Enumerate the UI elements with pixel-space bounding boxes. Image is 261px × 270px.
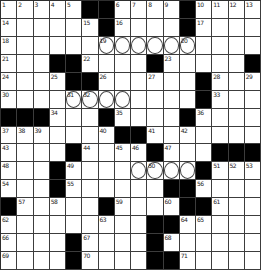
grid-cell-r8c16[interactable] <box>245 127 261 145</box>
clue-number: 31 <box>67 91 74 98</box>
grid-cell-r10c1[interactable]: 48 <box>1 162 17 180</box>
grid-cell-r11c6[interactable] <box>82 180 98 198</box>
grid-cell-r9c6[interactable]: 44 <box>82 144 98 162</box>
grid-cell-r1c10[interactable]: 8 <box>147 1 163 19</box>
grid-cell-r8c6[interactable] <box>82 127 98 145</box>
grid-cell-r5c4[interactable]: 25 <box>50 73 66 91</box>
circle-marker <box>131 37 146 54</box>
grid-cell-r11c10[interactable] <box>147 180 163 198</box>
grid-cell-r11c7[interactable] <box>99 180 115 198</box>
clue-number: 63 <box>100 216 107 223</box>
black-cell-r7c12 <box>180 109 196 127</box>
clue-number: 26 <box>100 73 107 80</box>
grid-cell-r1c11[interactable]: 9 <box>164 1 180 19</box>
clue-number: 51 <box>213 162 220 169</box>
circle-marker <box>99 91 114 108</box>
grid-cell-r3c4[interactable] <box>50 37 66 55</box>
clue-number: 62 <box>2 216 9 223</box>
grid-cell-r15c13[interactable] <box>196 252 212 270</box>
grid-cell-r8c12[interactable]: 42 <box>180 127 196 145</box>
clue-number: 41 <box>148 127 155 134</box>
clue-number: 30 <box>2 91 9 98</box>
clue-number: 3 <box>35 1 38 8</box>
grid-cell-r6c9[interactable] <box>131 91 147 109</box>
grid-cell-r3c12[interactable]: 20 <box>180 37 196 55</box>
black-cell-r7c2 <box>17 109 33 127</box>
grid-cell-r5c15[interactable] <box>229 73 245 91</box>
grid-cell-r4c15[interactable] <box>229 55 245 73</box>
clue-number: 64 <box>181 216 188 223</box>
black-cell-r12c1 <box>1 198 17 216</box>
grid-cell-r9c4[interactable] <box>50 144 66 162</box>
grid-cell-r14c14[interactable] <box>212 234 228 252</box>
black-cell-r7c3 <box>34 109 50 127</box>
clue-number: 14 <box>2 19 9 26</box>
grid-cell-r2c13[interactable]: 17 <box>196 19 212 37</box>
clue-number: 25 <box>51 73 58 80</box>
grid-cell-r2c5[interactable] <box>66 19 82 37</box>
grid-cell-r11c8[interactable] <box>115 180 131 198</box>
grid-cell-r13c2[interactable] <box>17 216 33 234</box>
grid-cell-r15c1[interactable]: 69 <box>1 252 17 270</box>
grid-cell-r3c10[interactable] <box>147 37 163 55</box>
clue-number: 49 <box>67 162 74 169</box>
black-cell-r15c10 <box>147 252 163 270</box>
black-cell-r11c12 <box>180 180 196 198</box>
clue-number: 22 <box>83 55 90 62</box>
grid-cell-r2c6[interactable]: 15 <box>82 19 98 37</box>
clue-number: 52 <box>230 162 237 169</box>
grid-cell-r11c14[interactable] <box>212 180 228 198</box>
grid-cell-r13c3[interactable] <box>34 216 50 234</box>
grid-cell-r14c13[interactable] <box>196 234 212 252</box>
grid-cell-r5c16[interactable]: 29 <box>245 73 261 91</box>
grid-cell-r14c9[interactable] <box>131 234 147 252</box>
grid-cell-r6c8[interactable] <box>115 91 131 109</box>
grid-cell-r11c16[interactable] <box>245 180 261 198</box>
black-cell-r11c4 <box>50 180 66 198</box>
grid-cell-r4c13[interactable] <box>196 55 212 73</box>
grid-cell-r7c6[interactable] <box>82 109 98 127</box>
grid-cell-r1c13[interactable]: 10 <box>196 1 212 19</box>
grid-cell-r7c10[interactable] <box>147 109 163 127</box>
circle-marker <box>164 162 179 179</box>
grid-cell-r5c1[interactable]: 24 <box>1 73 17 91</box>
black-cell-r10c4 <box>50 162 66 180</box>
black-cell-r5c13 <box>196 73 212 91</box>
black-cell-r4c10 <box>147 55 163 73</box>
black-cell-r13c10 <box>147 216 163 234</box>
clue-number: 44 <box>83 144 90 151</box>
grid-cell-r11c15[interactable] <box>229 180 245 198</box>
grid-cell-r11c13[interactable]: 56 <box>196 180 212 198</box>
grid-cell-r4c6[interactable]: 22 <box>82 55 98 73</box>
clue-number: 2 <box>18 1 21 8</box>
grid-cell-r14c4[interactable] <box>50 234 66 252</box>
grid-cell-r6c6[interactable]: 32 <box>82 91 98 109</box>
grid-cell-r6c11[interactable] <box>164 91 180 109</box>
clue-number: 33 <box>213 91 220 98</box>
clue-number: 40 <box>100 127 107 134</box>
grid-cell-r8c13[interactable] <box>196 127 212 145</box>
clue-number: 46 <box>132 144 139 151</box>
grid-cell-r8c7[interactable]: 40 <box>99 127 115 145</box>
grid-cell-r10c3[interactable] <box>34 162 50 180</box>
clue-number: 50 <box>148 162 155 169</box>
grid-cell-r9c1[interactable]: 43 <box>1 144 17 162</box>
grid-cell-r15c3[interactable] <box>34 252 50 270</box>
grid-cell-r8c1[interactable]: 37 <box>1 127 17 145</box>
grid-cell-r14c8[interactable] <box>115 234 131 252</box>
grid-cell-r8c11[interactable] <box>164 127 180 145</box>
grid-cell-r3c15[interactable] <box>229 37 245 55</box>
grid-cell-r10c11[interactable] <box>164 162 180 180</box>
grid-cell-r2c15[interactable] <box>229 19 245 37</box>
grid-cell-r4c12[interactable] <box>180 55 196 73</box>
grid-cell-r6c12[interactable] <box>180 91 196 109</box>
grid-cell-r5c11[interactable] <box>164 73 180 91</box>
grid-cell-r3c11[interactable] <box>164 37 180 55</box>
grid-cell-r10c6[interactable] <box>82 162 98 180</box>
grid-cell-r6c16[interactable] <box>245 91 261 109</box>
grid-cell-r3c13[interactable] <box>196 37 212 55</box>
grid-cell-r7c8[interactable]: 35 <box>115 109 131 127</box>
grid-cell-r13c15[interactable] <box>229 216 245 234</box>
grid-cell-r1c3[interactable]: 3 <box>34 1 50 19</box>
clue-number: 28 <box>213 73 220 80</box>
grid-cell-r15c2[interactable] <box>17 252 33 270</box>
clue-number: 39 <box>35 127 42 134</box>
grid-cell-r4c8[interactable] <box>115 55 131 73</box>
grid-cell-r15c16[interactable] <box>245 252 261 270</box>
grid-cell-r8c4[interactable] <box>50 127 66 145</box>
black-cell-r9c10 <box>147 144 163 162</box>
grid-cell-r15c12[interactable]: 71 <box>180 252 196 270</box>
circle-marker <box>131 162 146 179</box>
grid-cell-r14c3[interactable] <box>34 234 50 252</box>
grid-cell-r15c8[interactable] <box>115 252 131 270</box>
grid-cell-r7c9[interactable] <box>131 109 147 127</box>
grid-cell-r2c14[interactable] <box>212 19 228 37</box>
grid-cell-r5c9[interactable] <box>131 73 147 91</box>
grid-cell-r12c6[interactable] <box>82 198 98 216</box>
grid-cell-r2c1[interactable]: 14 <box>1 19 17 37</box>
grid-cell-r10c9[interactable] <box>131 162 147 180</box>
grid-cell-r10c5[interactable]: 49 <box>66 162 82 180</box>
clue-number: 66 <box>2 234 9 241</box>
grid-cell-r13c6[interactable] <box>82 216 98 234</box>
black-cell-r9c14 <box>212 144 228 162</box>
grid-cell-r4c2[interactable] <box>17 55 33 73</box>
clue-number: 59 <box>116 198 123 205</box>
grid-cell-r9c7[interactable] <box>99 144 115 162</box>
black-cell-r7c7 <box>99 109 115 127</box>
black-cell-r4c4 <box>50 55 66 73</box>
black-cell-r1c12 <box>180 1 196 19</box>
clue-number: 70 <box>83 252 90 259</box>
black-cell-r4c5 <box>66 55 82 73</box>
grid-cell-r13c16[interactable] <box>245 216 261 234</box>
grid-cell-r12c10[interactable] <box>147 198 163 216</box>
black-cell-r15c11 <box>164 252 180 270</box>
grid-cell-r14c7[interactable] <box>99 234 115 252</box>
grid-cell-r1c15[interactable]: 12 <box>229 1 245 19</box>
clue-number: 20 <box>181 37 188 44</box>
grid-cell-r3c7[interactable]: 19 <box>99 37 115 55</box>
grid-cell-r12c11[interactable]: 60 <box>164 198 180 216</box>
grid-cell-r1c16[interactable]: 13 <box>245 1 261 19</box>
grid-cell-r14c1[interactable]: 66 <box>1 234 17 252</box>
grid-cell-r15c4[interactable] <box>50 252 66 270</box>
grid-cell-r12c9[interactable] <box>131 198 147 216</box>
grid-cell-r2c10[interactable] <box>147 19 163 37</box>
black-cell-r5c5 <box>66 73 82 91</box>
black-cell-r13c11 <box>164 216 180 234</box>
grid-cell-r12c4[interactable]: 58 <box>50 198 66 216</box>
black-cell-r8c8 <box>115 127 131 145</box>
clue-number: 1 <box>2 1 5 8</box>
clue-number: 36 <box>197 109 204 116</box>
grid-cell-r3c8[interactable] <box>115 37 131 55</box>
grid-cell-r7c5[interactable] <box>66 109 82 127</box>
grid-cell-r6c10[interactable] <box>147 91 163 109</box>
grid-cell-r10c7[interactable] <box>99 162 115 180</box>
grid-cell-r6c5[interactable]: 31 <box>66 91 82 109</box>
grid-cell-r8c2[interactable]: 38 <box>17 127 33 145</box>
grid-cell-r12c15[interactable] <box>229 198 245 216</box>
grid-cell-r10c2[interactable] <box>17 162 33 180</box>
grid-cell-r1c9[interactable]: 7 <box>131 1 147 19</box>
grid-cell-r6c14[interactable]: 33 <box>212 91 228 109</box>
grid-cell-r3c2[interactable] <box>17 37 33 55</box>
grid-cell-r3c3[interactable] <box>34 37 50 55</box>
grid-cell-r7c13[interactable]: 36 <box>196 109 212 127</box>
grid-cell-r3c6[interactable] <box>82 37 98 55</box>
black-cell-r6c13 <box>196 91 212 109</box>
grid-cell-r9c13[interactable] <box>196 144 212 162</box>
black-cell-r11c11 <box>164 180 180 198</box>
clue-number: 13 <box>246 1 253 8</box>
grid-cell-r6c15[interactable] <box>229 91 245 109</box>
grid-cell-r10c10[interactable]: 50 <box>147 162 163 180</box>
grid-cell-r5c10[interactable]: 27 <box>147 73 163 91</box>
black-cell-r2c7 <box>99 19 115 37</box>
grid-cell-r9c11[interactable]: 47 <box>164 144 180 162</box>
grid-cell-r6c4[interactable] <box>50 91 66 109</box>
grid-cell-r4c3[interactable] <box>34 55 50 73</box>
clue-number: 21 <box>2 55 9 62</box>
grid-cell-r5c7[interactable]: 26 <box>99 73 115 91</box>
grid-cell-r4c1[interactable]: 21 <box>1 55 17 73</box>
grid-cell-r6c1[interactable]: 30 <box>1 91 17 109</box>
grid-cell-r1c2[interactable]: 2 <box>17 1 33 19</box>
clue-number: 17 <box>197 19 204 26</box>
grid-cell-r1c5[interactable]: 5 <box>66 1 82 19</box>
clue-number: 15 <box>83 19 90 26</box>
clue-number: 8 <box>148 1 151 8</box>
black-cell-r1c7 <box>99 1 115 19</box>
grid-cell-r13c12[interactable]: 64 <box>180 216 196 234</box>
grid-cell-r7c16[interactable] <box>245 109 261 127</box>
black-cell-r10c13 <box>196 162 212 180</box>
grid-cell-r10c12[interactable] <box>180 162 196 180</box>
clue-number: 42 <box>181 127 188 134</box>
grid-cell-r15c7[interactable] <box>99 252 115 270</box>
grid-cell-r1c8[interactable]: 6 <box>115 1 131 19</box>
grid-cell-r6c3[interactable] <box>34 91 50 109</box>
clue-number: 65 <box>197 216 204 223</box>
clue-number: 61 <box>213 198 220 205</box>
grid-cell-r7c11[interactable] <box>164 109 180 127</box>
grid-cell-r2c3[interactable] <box>34 19 50 37</box>
grid-cell-r11c9[interactable] <box>131 180 147 198</box>
grid-cell-r11c5[interactable]: 55 <box>66 180 82 198</box>
grid-cell-r14c12[interactable] <box>180 234 196 252</box>
grid-cell-r1c1[interactable]: 1 <box>1 1 17 19</box>
grid-cell-r12c2[interactable]: 57 <box>17 198 33 216</box>
grid-cell-r15c6[interactable]: 70 <box>82 252 98 270</box>
grid-cell-r2c9[interactable] <box>131 19 147 37</box>
clue-number: 48 <box>2 162 9 169</box>
grid-cell-r13c7[interactable]: 63 <box>99 216 115 234</box>
grid-cell-r14c11[interactable]: 68 <box>164 234 180 252</box>
grid-cell-r4c14[interactable] <box>212 55 228 73</box>
grid-cell-r6c7[interactable] <box>99 91 115 109</box>
clue-number: 9 <box>165 1 168 8</box>
grid-cell-r13c5[interactable] <box>66 216 82 234</box>
grid-cell-r2c4[interactable] <box>50 19 66 37</box>
grid-cell-r11c1[interactable]: 54 <box>1 180 17 198</box>
grid-cell-r12c14[interactable]: 61 <box>212 198 228 216</box>
grid-cell-r3c1[interactable]: 18 <box>1 37 17 55</box>
grid-cell-r6c2[interactable] <box>17 91 33 109</box>
clue-number: 45 <box>116 144 123 151</box>
circle-marker <box>115 37 130 54</box>
grid-cell-r3c14[interactable] <box>212 37 228 55</box>
grid-cell-r10c15[interactable]: 52 <box>229 162 245 180</box>
black-cell-r9c15 <box>229 144 245 162</box>
grid-cell-r8c5[interactable] <box>66 127 82 145</box>
clue-number: 5 <box>67 1 70 8</box>
grid-cell-r7c14[interactable] <box>212 109 228 127</box>
grid-cell-r9c8[interactable]: 45 <box>115 144 131 162</box>
clue-number: 34 <box>51 109 58 116</box>
grid-cell-r12c3[interactable] <box>34 198 50 216</box>
grid-cell-r5c2[interactable] <box>17 73 33 91</box>
clue-number: 12 <box>230 1 237 8</box>
grid-cell-r2c16[interactable] <box>245 19 261 37</box>
grid-cell-r2c2[interactable] <box>17 19 33 37</box>
grid-cell-r8c14[interactable] <box>212 127 228 145</box>
grid-cell-r5c3[interactable] <box>34 73 50 91</box>
grid-cell-r12c16[interactable] <box>245 198 261 216</box>
grid-cell-r7c4[interactable]: 34 <box>50 109 66 127</box>
grid-cell-r15c9[interactable] <box>131 252 147 270</box>
grid-cell-r13c14[interactable] <box>212 216 228 234</box>
circle-marker <box>115 91 130 108</box>
black-cell-r12c12 <box>180 198 196 216</box>
grid-cell-r4c11[interactable]: 23 <box>164 55 180 73</box>
clue-number: 10 <box>197 1 204 8</box>
clue-number: 7 <box>132 1 135 8</box>
clue-number: 47 <box>165 144 172 151</box>
grid-cell-r3c16[interactable] <box>245 37 261 55</box>
grid-cell-r8c3[interactable]: 39 <box>34 127 50 145</box>
clue-number: 69 <box>2 252 9 259</box>
grid-cell-r12c5[interactable] <box>66 198 82 216</box>
grid-cell-r2c11[interactable] <box>164 19 180 37</box>
grid-cell-r9c2[interactable] <box>17 144 33 162</box>
grid-cell-r5c8[interactable] <box>115 73 131 91</box>
circle-marker <box>164 37 179 54</box>
black-cell-r9c16 <box>245 144 261 162</box>
grid-cell-r9c3[interactable] <box>34 144 50 162</box>
grid-cell-r14c6[interactable]: 67 <box>82 234 98 252</box>
grid-cell-r14c16[interactable] <box>245 234 261 252</box>
grid-cell-r10c16[interactable]: 53 <box>245 162 261 180</box>
grid-cell-r2c8[interactable]: 16 <box>115 19 131 37</box>
grid-cell-r13c1[interactable]: 62 <box>1 216 17 234</box>
grid-cell-r13c13[interactable]: 65 <box>196 216 212 234</box>
grid-cell-r1c14[interactable]: 11 <box>212 1 228 19</box>
clue-number: 54 <box>2 180 9 187</box>
grid-cell-r13c9[interactable] <box>131 216 147 234</box>
clue-number: 23 <box>165 55 172 62</box>
grid-cell-r15c15[interactable] <box>229 252 245 270</box>
clue-number: 55 <box>67 180 74 187</box>
clue-number: 53 <box>246 162 253 169</box>
grid-cell-r3c5[interactable] <box>66 37 82 55</box>
grid-cell-r14c15[interactable] <box>229 234 245 252</box>
grid-cell-r8c10[interactable]: 41 <box>147 127 163 145</box>
clue-number: 4 <box>51 1 54 8</box>
black-cell-r15c5 <box>66 252 82 270</box>
grid-cell-r8c15[interactable] <box>229 127 245 145</box>
clue-number: 32 <box>83 91 90 98</box>
grid-cell-r10c8[interactable] <box>115 162 131 180</box>
grid-cell-r5c14[interactable]: 28 <box>212 73 228 91</box>
black-cell-r12c13 <box>196 198 212 216</box>
clue-number: 6 <box>116 1 119 8</box>
grid-cell-r4c9[interactable] <box>131 55 147 73</box>
black-cell-r8c9 <box>131 127 147 145</box>
grid-cell-r13c4[interactable] <box>50 216 66 234</box>
grid-cell-r5c12[interactable] <box>180 73 196 91</box>
grid-cell-r12c8[interactable]: 59 <box>115 198 131 216</box>
grid-cell-r4c7[interactable] <box>99 55 115 73</box>
clue-number: 37 <box>2 127 9 134</box>
grid-cell-r3c9[interactable] <box>131 37 147 55</box>
clue-number: 19 <box>100 37 107 44</box>
grid-cell-r15c14[interactable] <box>212 252 228 270</box>
grid-cell-r1c4[interactable]: 4 <box>50 1 66 19</box>
grid-cell-r11c2[interactable] <box>17 180 33 198</box>
clue-number: 71 <box>181 252 188 259</box>
black-cell-r14c10 <box>147 234 163 252</box>
grid-cell-r11c3[interactable] <box>34 180 50 198</box>
clue-number: 27 <box>148 73 155 80</box>
clue-number: 43 <box>2 144 9 151</box>
grid-cell-r10c14[interactable]: 51 <box>212 162 228 180</box>
grid-cell-r13c8[interactable] <box>115 216 131 234</box>
grid-cell-r14c2[interactable] <box>17 234 33 252</box>
clue-number: 58 <box>51 198 58 205</box>
grid-cell-r9c12[interactable] <box>180 144 196 162</box>
clue-number: 24 <box>2 73 9 80</box>
grid-cell-r7c15[interactable] <box>229 109 245 127</box>
grid-cell-r9c9[interactable]: 46 <box>131 144 147 162</box>
black-cell-r2c12 <box>180 19 196 37</box>
